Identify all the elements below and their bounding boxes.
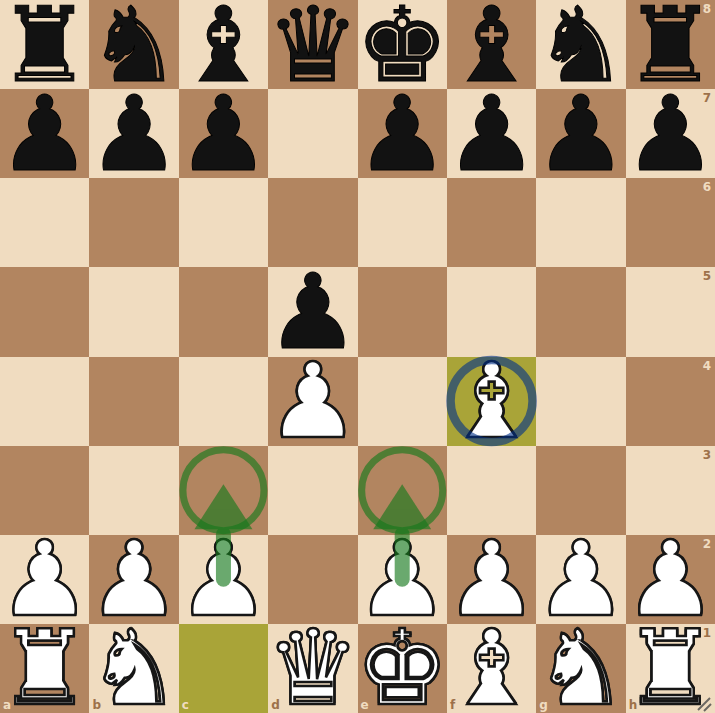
square-c4[interactable] <box>179 357 268 446</box>
square-h6[interactable]: 6 <box>626 178 715 267</box>
file-label-d: d <box>271 699 280 711</box>
square-h7[interactable]: ♟7 <box>626 89 715 178</box>
file-label-b: b <box>92 699 101 711</box>
black-pawn-f7[interactable]: ♟ <box>447 89 536 178</box>
file-label-f: f <box>450 699 455 711</box>
black-pawn-e7[interactable]: ♟ <box>358 89 447 178</box>
white-bishop-f4[interactable]: ♝ <box>447 357 536 446</box>
square-a4[interactable] <box>0 357 89 446</box>
square-e1[interactable]: ♚e <box>358 624 447 713</box>
black-pawn-h7[interactable]: ♟ <box>626 89 715 178</box>
file-label-c: c <box>182 699 189 711</box>
square-f4[interactable]: ♝ <box>447 357 536 446</box>
rank-label-1: 1 <box>703 627 711 639</box>
square-e6[interactable] <box>358 178 447 267</box>
rank-label-5: 5 <box>703 270 711 282</box>
white-pawn-d4[interactable]: ♟ <box>268 357 357 446</box>
square-e4[interactable] <box>358 357 447 446</box>
square-f6[interactable] <box>447 178 536 267</box>
square-b7[interactable]: ♟ <box>89 89 178 178</box>
white-king-e1[interactable]: ♚ <box>358 624 447 713</box>
square-c5[interactable] <box>179 267 268 356</box>
white-knight-g1[interactable]: ♞ <box>536 624 625 713</box>
square-c7[interactable]: ♟ <box>179 89 268 178</box>
square-d3[interactable] <box>268 446 357 535</box>
chess-board: ♜♞♝♛♚♝♞♜8♟♟♟♟♟♟♟76♟5♟♝43♟♟♟♟♟♟♟2♜a♞bc♛d♚… <box>0 0 715 713</box>
file-label-e: e <box>361 699 369 711</box>
white-rook-a1[interactable]: ♜ <box>0 624 89 713</box>
board-squares: ♜♞♝♛♚♝♞♜8♟♟♟♟♟♟♟76♟5♟♝43♟♟♟♟♟♟♟2♜a♞bc♛d♚… <box>0 0 715 713</box>
square-d1[interactable]: ♛d <box>268 624 357 713</box>
black-pawn-b7[interactable]: ♟ <box>89 89 178 178</box>
black-queen-d8[interactable]: ♛ <box>268 0 357 89</box>
square-a6[interactable] <box>0 178 89 267</box>
white-knight-b1[interactable]: ♞ <box>89 624 178 713</box>
square-b5[interactable] <box>89 267 178 356</box>
square-g1[interactable]: ♞g <box>536 624 625 713</box>
square-h5[interactable]: 5 <box>626 267 715 356</box>
square-d8[interactable]: ♛ <box>268 0 357 89</box>
square-d7[interactable] <box>268 89 357 178</box>
square-a5[interactable] <box>0 267 89 356</box>
black-pawn-c7[interactable]: ♟ <box>179 89 268 178</box>
square-a1[interactable]: ♜a <box>0 624 89 713</box>
square-g7[interactable]: ♟ <box>536 89 625 178</box>
square-g4[interactable] <box>536 357 625 446</box>
square-e7[interactable]: ♟ <box>358 89 447 178</box>
black-pawn-a7[interactable]: ♟ <box>0 89 89 178</box>
white-pawn-c2[interactable]: ♟ <box>179 535 268 624</box>
square-g6[interactable] <box>536 178 625 267</box>
square-c1[interactable]: c <box>179 624 268 713</box>
rank-label-2: 2 <box>703 538 711 550</box>
square-b4[interactable] <box>89 357 178 446</box>
square-e5[interactable] <box>358 267 447 356</box>
square-b1[interactable]: ♞b <box>89 624 178 713</box>
file-label-a: a <box>3 699 11 711</box>
square-f1[interactable]: ♝f <box>447 624 536 713</box>
rank-label-8: 8 <box>703 3 711 15</box>
square-c2[interactable]: ♟ <box>179 535 268 624</box>
square-h4[interactable]: 4 <box>626 357 715 446</box>
rank-label-4: 4 <box>703 360 711 372</box>
square-f7[interactable]: ♟ <box>447 89 536 178</box>
white-queen-d1[interactable]: ♛ <box>268 624 357 713</box>
file-label-g: g <box>539 699 548 711</box>
white-rook-h1[interactable]: ♜ <box>626 624 715 713</box>
rank-label-3: 3 <box>703 449 711 461</box>
square-d4[interactable]: ♟ <box>268 357 357 446</box>
file-label-h: h <box>629 699 638 711</box>
white-bishop-f1[interactable]: ♝ <box>447 624 536 713</box>
black-pawn-g7[interactable]: ♟ <box>536 89 625 178</box>
square-a7[interactable]: ♟ <box>0 89 89 178</box>
square-h1[interactable]: ♜1h <box>626 624 715 713</box>
square-c6[interactable] <box>179 178 268 267</box>
rank-label-6: 6 <box>703 181 711 193</box>
square-g5[interactable] <box>536 267 625 356</box>
rank-label-7: 7 <box>703 92 711 104</box>
square-b6[interactable] <box>89 178 178 267</box>
